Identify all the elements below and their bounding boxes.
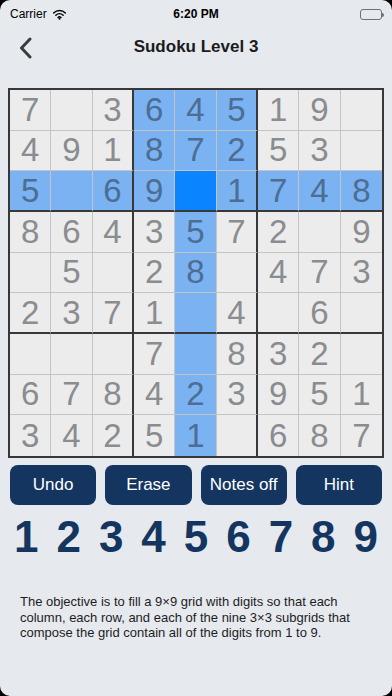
sudoku-cell-r7c8[interactable]: 2 — [299, 334, 340, 375]
sudoku-cell-r6c2[interactable]: 3 — [51, 293, 92, 334]
sudoku-cell-r8c8[interactable]: 5 — [299, 375, 340, 416]
toolbar: Undo Erase Notes off Hint — [10, 465, 382, 505]
sudoku-cell-r1c2[interactable] — [51, 90, 92, 131]
numpad-digit-6[interactable]: 6 — [226, 513, 250, 561]
sudoku-cell-r7c1[interactable] — [10, 334, 51, 375]
sudoku-cell-r4c6[interactable]: 7 — [217, 212, 258, 253]
objective-description: The objective is to fill a 9×9 grid with… — [20, 594, 372, 641]
sudoku-cell-r3c8[interactable]: 4 — [299, 171, 340, 212]
sudoku-board: 7364519491872535691748864357295284732371… — [8, 88, 384, 458]
sudoku-cell-r5c2[interactable]: 5 — [51, 253, 92, 294]
sudoku-cell-r9c7[interactable]: 6 — [258, 415, 299, 456]
sudoku-cell-r1c8[interactable]: 9 — [299, 90, 340, 131]
hint-button[interactable]: Hint — [296, 465, 382, 505]
sudoku-cell-r3c2[interactable] — [51, 171, 92, 212]
battery-icon — [360, 9, 382, 20]
sudoku-cell-r9c1[interactable]: 3 — [10, 415, 51, 456]
sudoku-cell-r3c3[interactable]: 6 — [93, 171, 134, 212]
sudoku-cell-r9c4[interactable]: 5 — [134, 415, 175, 456]
sudoku-cell-r1c7[interactable]: 1 — [258, 90, 299, 131]
sudoku-cell-r2c9[interactable] — [341, 131, 382, 172]
sudoku-cell-r8c2[interactable]: 7 — [51, 375, 92, 416]
status-bar: Carrier 6:20 PM — [0, 0, 392, 25]
sudoku-cell-r8c3[interactable]: 8 — [93, 375, 134, 416]
sudoku-cell-r5c6[interactable] — [217, 253, 258, 294]
sudoku-cell-r6c4[interactable]: 1 — [134, 293, 175, 334]
numpad-digit-8[interactable]: 8 — [311, 513, 335, 561]
numpad-digit-5[interactable]: 5 — [184, 513, 208, 561]
sudoku-cell-r2c8[interactable]: 3 — [299, 131, 340, 172]
sudoku-cell-r6c3[interactable]: 7 — [93, 293, 134, 334]
sudoku-cell-r2c5[interactable]: 7 — [175, 131, 216, 172]
sudoku-cell-r6c1[interactable]: 2 — [10, 293, 51, 334]
number-pad: 123456789 — [14, 513, 378, 561]
sudoku-cell-r1c5[interactable]: 4 — [175, 90, 216, 131]
sudoku-cell-r4c5[interactable]: 5 — [175, 212, 216, 253]
sudoku-cell-r7c2[interactable] — [51, 334, 92, 375]
sudoku-cell-r5c3[interactable] — [93, 253, 134, 294]
undo-button[interactable]: Undo — [10, 465, 96, 505]
sudoku-cell-r1c9[interactable] — [341, 90, 382, 131]
sudoku-cell-r7c7[interactable]: 3 — [258, 334, 299, 375]
sudoku-cell-r7c6[interactable]: 8 — [217, 334, 258, 375]
sudoku-cell-r6c9[interactable] — [341, 293, 382, 334]
sudoku-cell-r3c7[interactable]: 7 — [258, 171, 299, 212]
sudoku-cell-r2c2[interactable]: 9 — [51, 131, 92, 172]
sudoku-cell-r3c4[interactable]: 9 — [134, 171, 175, 212]
sudoku-cell-r8c9[interactable]: 1 — [341, 375, 382, 416]
sudoku-cell-r6c5[interactable] — [175, 293, 216, 334]
sudoku-cell-r7c3[interactable] — [93, 334, 134, 375]
erase-button[interactable]: Erase — [105, 465, 191, 505]
sudoku-cell-r2c4[interactable]: 8 — [134, 131, 175, 172]
nav-bar: Sudoku Level 3 — [0, 25, 392, 69]
back-chevron-icon — [19, 37, 32, 59]
page-title: Sudoku Level 3 — [134, 37, 259, 57]
sudoku-cell-r8c6[interactable]: 3 — [217, 375, 258, 416]
sudoku-cell-r2c7[interactable]: 5 — [258, 131, 299, 172]
sudoku-cell-r5c4[interactable]: 2 — [134, 253, 175, 294]
sudoku-cell-r6c8[interactable]: 6 — [299, 293, 340, 334]
clock-label: 6:20 PM — [0, 7, 392, 21]
numpad-digit-9[interactable]: 9 — [354, 513, 378, 561]
sudoku-cell-r9c2[interactable]: 4 — [51, 415, 92, 456]
sudoku-cell-r6c7[interactable] — [258, 293, 299, 334]
sudoku-cell-r3c1[interactable]: 5 — [10, 171, 51, 212]
sudoku-cell-r1c4[interactable]: 6 — [134, 90, 175, 131]
sudoku-cell-r9c8[interactable]: 8 — [299, 415, 340, 456]
sudoku-cell-r2c3[interactable]: 1 — [93, 131, 134, 172]
sudoku-cell-r8c1[interactable]: 6 — [10, 375, 51, 416]
sudoku-cell-r9c5[interactable]: 1 — [175, 415, 216, 456]
numpad-digit-3[interactable]: 3 — [99, 513, 123, 561]
status-right — [360, 9, 386, 20]
sudoku-cell-r5c7[interactable]: 4 — [258, 253, 299, 294]
sudoku-cell-r4c1[interactable]: 8 — [10, 212, 51, 253]
numpad-digit-2[interactable]: 2 — [56, 513, 80, 561]
sudoku-cell-r1c3[interactable]: 3 — [93, 90, 134, 131]
sudoku-cell-r7c5[interactable] — [175, 334, 216, 375]
notes-toggle-button[interactable]: Notes off — [201, 465, 287, 505]
sudoku-cell-r9c9[interactable]: 7 — [341, 415, 382, 456]
numpad-digit-1[interactable]: 1 — [14, 513, 38, 561]
sudoku-cell-r9c6[interactable] — [217, 415, 258, 456]
sudoku-cell-r5c9[interactable]: 3 — [341, 253, 382, 294]
sudoku-cell-r1c1[interactable]: 7 — [10, 90, 51, 131]
sudoku-cell-r2c6[interactable]: 2 — [217, 131, 258, 172]
sudoku-cell-r4c2[interactable]: 6 — [51, 212, 92, 253]
sudoku-cell-r4c4[interactable]: 3 — [134, 212, 175, 253]
sudoku-cell-r2c1[interactable]: 4 — [10, 131, 51, 172]
sudoku-cell-r3c6[interactable]: 1 — [217, 171, 258, 212]
sudoku-cell-r8c7[interactable]: 9 — [258, 375, 299, 416]
sudoku-cell-r4c7[interactable]: 2 — [258, 212, 299, 253]
sudoku-cell-r8c4[interactable]: 4 — [134, 375, 175, 416]
sudoku-cell-r6c6[interactable]: 4 — [217, 293, 258, 334]
sudoku-cell-r5c8[interactable]: 7 — [299, 253, 340, 294]
sudoku-cell-r4c8[interactable] — [299, 212, 340, 253]
numpad-digit-7[interactable]: 7 — [269, 513, 293, 561]
sudoku-cell-r8c5[interactable]: 2 — [175, 375, 216, 416]
numpad-digit-4[interactable]: 4 — [141, 513, 165, 561]
sudoku-cell-r4c9[interactable]: 9 — [341, 212, 382, 253]
sudoku-cell-r9c3[interactable]: 2 — [93, 415, 134, 456]
sudoku-cell-r3c5[interactable] — [175, 171, 216, 212]
sudoku-cell-r3c9[interactable]: 8 — [341, 171, 382, 212]
sudoku-cell-r1c6[interactable]: 5 — [217, 90, 258, 131]
sudoku-cell-r5c1[interactable] — [10, 253, 51, 294]
sudoku-cell-r7c9[interactable] — [341, 334, 382, 375]
sudoku-cell-r4c3[interactable]: 4 — [93, 212, 134, 253]
sudoku-cell-r5c5[interactable]: 8 — [175, 253, 216, 294]
sudoku-cell-r7c4[interactable]: 7 — [134, 334, 175, 375]
back-button[interactable] — [10, 33, 40, 63]
